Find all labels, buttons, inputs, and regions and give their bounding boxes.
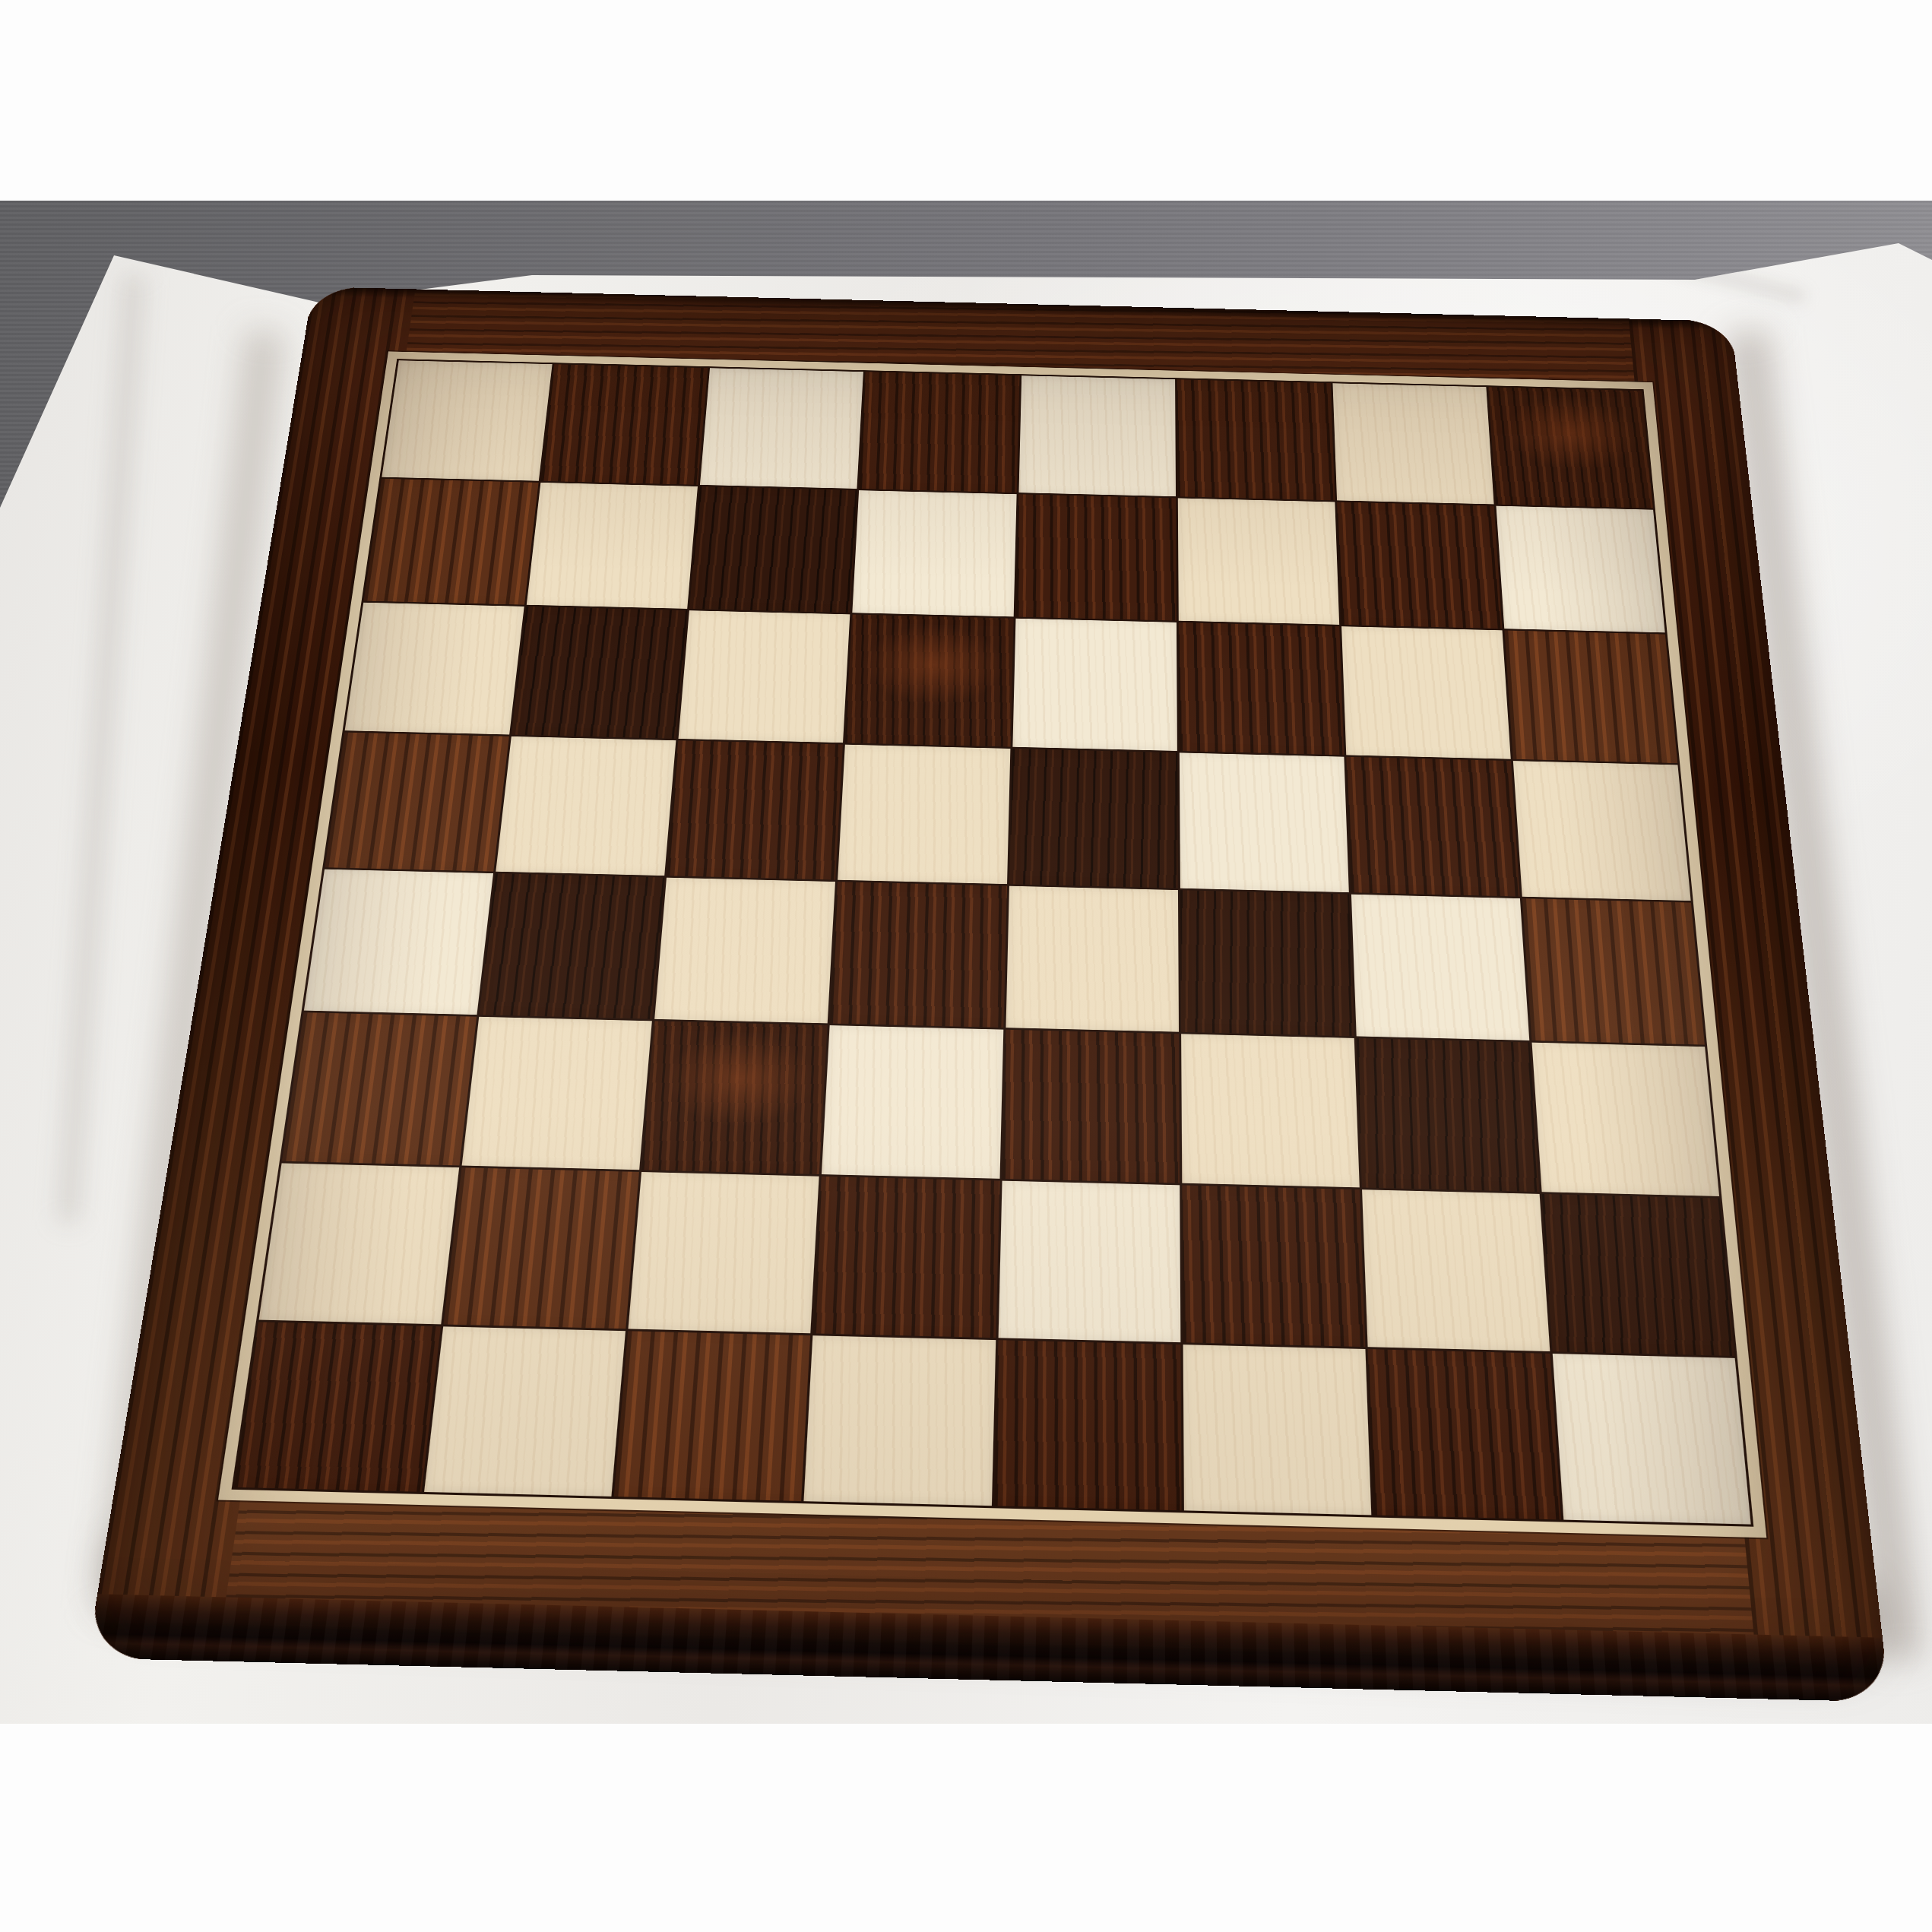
square-d5 bbox=[838, 745, 1010, 884]
square-b7 bbox=[527, 483, 698, 609]
square-f8 bbox=[1177, 379, 1335, 500]
square-a4 bbox=[304, 869, 493, 1015]
product-photo bbox=[0, 0, 1932, 1932]
square-d1 bbox=[804, 1335, 996, 1506]
square-e4 bbox=[1006, 885, 1179, 1031]
square-b2 bbox=[444, 1167, 640, 1329]
playing-field bbox=[232, 359, 1754, 1527]
square-d8 bbox=[860, 372, 1019, 493]
square-e1 bbox=[994, 1340, 1182, 1510]
chess-board bbox=[87, 287, 1889, 1702]
square-a6 bbox=[345, 603, 524, 735]
square-b6 bbox=[512, 607, 687, 739]
square-h8 bbox=[1488, 387, 1653, 508]
square-c3 bbox=[642, 1021, 828, 1174]
square-f4 bbox=[1180, 890, 1354, 1036]
square-c4 bbox=[654, 877, 835, 1023]
square-f6 bbox=[1178, 622, 1344, 755]
square-g1 bbox=[1367, 1349, 1560, 1520]
square-g7 bbox=[1337, 502, 1502, 629]
square-d7 bbox=[853, 490, 1016, 616]
square-b3 bbox=[462, 1016, 652, 1170]
square-g5 bbox=[1346, 757, 1519, 896]
square-g8 bbox=[1332, 383, 1493, 504]
square-f7 bbox=[1177, 498, 1338, 625]
square-e6 bbox=[1012, 619, 1177, 751]
square-b1 bbox=[424, 1326, 626, 1497]
square-h2 bbox=[1542, 1194, 1735, 1356]
square-h5 bbox=[1513, 761, 1691, 900]
square-e3 bbox=[1002, 1029, 1180, 1183]
square-a3 bbox=[282, 1012, 477, 1165]
cloth-crease bbox=[58, 274, 144, 1224]
square-d6 bbox=[845, 615, 1013, 747]
square-g6 bbox=[1341, 626, 1511, 759]
square-d4 bbox=[830, 882, 1006, 1028]
square-d3 bbox=[822, 1025, 1002, 1179]
square-e8 bbox=[1018, 375, 1176, 496]
square-a5 bbox=[325, 733, 509, 871]
square-e7 bbox=[1015, 494, 1177, 620]
square-a2 bbox=[259, 1163, 460, 1324]
square-f2 bbox=[1182, 1185, 1365, 1347]
square-g3 bbox=[1357, 1038, 1540, 1192]
square-b4 bbox=[480, 873, 665, 1019]
square-c7 bbox=[689, 486, 857, 613]
maple-pinstripe-frame bbox=[218, 351, 1766, 1538]
square-c6 bbox=[679, 610, 850, 743]
square-a7 bbox=[364, 479, 539, 605]
square-b5 bbox=[496, 736, 676, 876]
square-c5 bbox=[667, 741, 843, 880]
square-e5 bbox=[1009, 749, 1178, 888]
square-g4 bbox=[1351, 894, 1529, 1040]
square-c8 bbox=[700, 368, 863, 489]
square-c1 bbox=[614, 1331, 810, 1501]
square-e2 bbox=[998, 1180, 1180, 1342]
square-h7 bbox=[1496, 506, 1664, 633]
square-f3 bbox=[1181, 1034, 1360, 1187]
square-h4 bbox=[1522, 898, 1705, 1045]
square-f1 bbox=[1183, 1344, 1371, 1515]
square-h6 bbox=[1504, 631, 1677, 764]
square-d2 bbox=[813, 1177, 999, 1338]
square-a1 bbox=[234, 1322, 441, 1492]
square-h1 bbox=[1553, 1354, 1751, 1525]
square-b8 bbox=[541, 364, 708, 485]
square-g2 bbox=[1362, 1189, 1550, 1351]
square-a8 bbox=[382, 360, 552, 481]
square-h3 bbox=[1531, 1042, 1719, 1196]
square-c2 bbox=[629, 1172, 819, 1333]
square-f5 bbox=[1179, 753, 1348, 892]
